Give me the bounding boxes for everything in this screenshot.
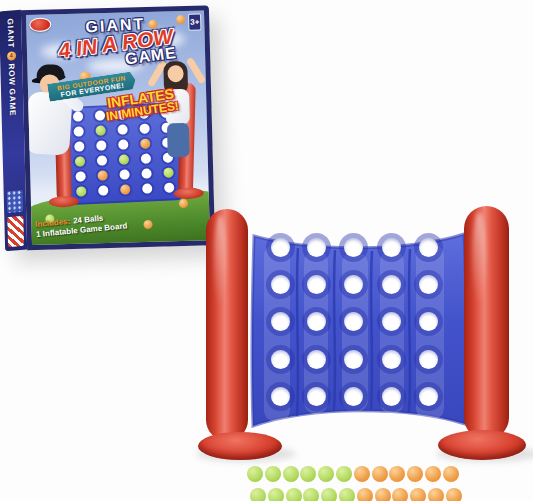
box-art-hole bbox=[95, 125, 105, 135]
box-art-girl bbox=[151, 56, 206, 177]
box-art-hole bbox=[119, 154, 129, 164]
tray-ball-green bbox=[336, 466, 352, 482]
tray-ball-orange bbox=[375, 488, 391, 501]
box-art-hole bbox=[141, 153, 151, 163]
box-art-hole bbox=[97, 170, 107, 180]
tray-ball-orange bbox=[357, 488, 373, 501]
box-art-hole bbox=[97, 155, 107, 165]
board-hole-r2c2 bbox=[307, 275, 326, 294]
spine-title-game: GAME bbox=[7, 89, 17, 118]
tray-ball-orange bbox=[443, 466, 459, 482]
right-post bbox=[464, 206, 509, 440]
box-art-hole bbox=[164, 182, 174, 192]
board-hole-r1c2 bbox=[307, 238, 326, 257]
board-hole-r5c2 bbox=[307, 387, 326, 406]
spine-ball-icon: 4 bbox=[6, 51, 15, 61]
right-post-base bbox=[438, 430, 526, 460]
board-hole-r4c3 bbox=[344, 350, 363, 369]
tray-ball-green bbox=[286, 488, 302, 501]
board-hole-r5c1 bbox=[271, 387, 290, 406]
box-art-hole bbox=[96, 140, 106, 150]
left-post bbox=[206, 209, 248, 441]
spine-title-row: ROW bbox=[7, 63, 17, 86]
board-hole-r5c5 bbox=[419, 387, 438, 406]
box-art-hole bbox=[140, 138, 150, 148]
box-art-hole bbox=[98, 185, 108, 195]
board-hole-r1c1 bbox=[271, 238, 290, 257]
box-art-hole bbox=[118, 139, 128, 149]
board-hole-r3c5 bbox=[419, 312, 438, 331]
board-hole-r4c1 bbox=[271, 350, 290, 369]
game-board bbox=[250, 226, 468, 432]
board-hole-r5c3 bbox=[344, 387, 363, 406]
box-art-hole bbox=[142, 183, 152, 193]
tray-ball-orange bbox=[392, 488, 408, 501]
box-art-hole bbox=[141, 168, 151, 178]
board-hole-r2c3 bbox=[344, 275, 363, 294]
product-photo: GIANT 4 ROW GAME 3+ GIANT 4 IN A ROW GAM… bbox=[0, 0, 533, 501]
tray-ball-green bbox=[250, 488, 266, 501]
retail-box: GIANT 4 ROW GAME 3+ GIANT 4 IN A ROW GAM… bbox=[0, 5, 215, 250]
tray-ball-green bbox=[283, 466, 299, 482]
tray-ball-orange bbox=[372, 466, 388, 482]
left-post-base bbox=[198, 432, 282, 460]
tray-ball-green bbox=[268, 488, 284, 501]
tray-ball-green bbox=[318, 466, 334, 482]
tray-ball-green bbox=[321, 488, 337, 501]
tray-ball-green bbox=[303, 488, 319, 501]
board-hole-r4c5 bbox=[419, 350, 438, 369]
tray-ball-green bbox=[265, 466, 281, 482]
tray-ball-orange bbox=[389, 466, 405, 482]
board-hole-r1c4 bbox=[382, 238, 401, 257]
tray-ball-orange bbox=[407, 466, 423, 482]
box-art-hole bbox=[139, 123, 149, 133]
board-hole-r1c5 bbox=[419, 238, 438, 257]
board-hole-r2c1 bbox=[271, 275, 290, 294]
board-hole-r3c2 bbox=[307, 312, 326, 331]
tray-ball-green bbox=[339, 488, 355, 501]
tray-ball-orange bbox=[425, 466, 441, 482]
board-hole-r4c4 bbox=[382, 350, 401, 369]
box-front: 3+ GIANT 4 IN A ROW GAME BIG OUTDOOR FUN… bbox=[21, 5, 215, 250]
tray-ball-orange bbox=[410, 488, 426, 501]
tray-ball-green bbox=[300, 466, 316, 482]
board-hole-r4c2 bbox=[307, 350, 326, 369]
tray-ball-orange bbox=[446, 488, 462, 501]
spine-stripes bbox=[7, 216, 24, 247]
tray-ball-green bbox=[247, 466, 263, 482]
spine-title-giant: GIANT bbox=[6, 18, 16, 49]
tray-ball-orange bbox=[428, 488, 444, 501]
board-hole-r3c4 bbox=[382, 312, 401, 331]
board-hole-r2c4 bbox=[382, 275, 401, 294]
board-hole-r5c4 bbox=[382, 387, 401, 406]
board-hole-r1c3 bbox=[344, 238, 363, 257]
board-hole-r3c1 bbox=[271, 312, 290, 331]
board-hole-r3c3 bbox=[344, 312, 363, 331]
spine-pattern bbox=[7, 190, 24, 213]
box-art-hole bbox=[119, 169, 129, 179]
girl-jeans bbox=[167, 123, 190, 158]
board-hole-r2c5 bbox=[419, 275, 438, 294]
box-art-hole bbox=[120, 184, 130, 194]
tray-ball-orange bbox=[354, 466, 370, 482]
box-art-hole bbox=[117, 124, 127, 134]
